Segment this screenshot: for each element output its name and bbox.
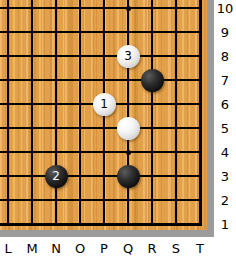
intersection-r5[interactable] [140, 116, 164, 140]
intersection-r2[interactable] [140, 188, 164, 212]
row-label-1: 1 [214, 212, 236, 236]
intersection-m5[interactable] [20, 116, 44, 140]
row-label-7: 7 [214, 68, 236, 92]
intersection-m4[interactable] [20, 140, 44, 164]
intersection-p6[interactable]: 1 [92, 92, 116, 116]
intersection-t4[interactable] [188, 140, 207, 164]
intersection-l5[interactable] [0, 116, 20, 140]
stone-white-p6[interactable]: 1 [93, 93, 116, 116]
intersection-p4[interactable] [92, 140, 116, 164]
intersection-l2[interactable] [0, 188, 20, 212]
intersection-p9[interactable] [92, 20, 116, 44]
row-label-4: 4 [214, 140, 236, 164]
intersection-r9[interactable] [140, 20, 164, 44]
go-board: 312 [0, 0, 207, 230]
stone-black-n3[interactable]: 2 [45, 165, 68, 188]
intersection-t8[interactable] [188, 44, 207, 68]
stone-white-q5[interactable] [117, 117, 140, 140]
intersection-n5[interactable] [44, 116, 68, 140]
intersection-p5[interactable] [92, 116, 116, 140]
intersection-n9[interactable] [44, 20, 68, 44]
intersection-o5[interactable] [68, 116, 92, 140]
stone-black-r7[interactable] [141, 69, 164, 92]
intersection-m3[interactable] [20, 164, 44, 188]
intersection-r6[interactable] [140, 92, 164, 116]
intersection-o10[interactable] [68, 0, 92, 20]
intersection-m10[interactable] [20, 0, 44, 20]
row-label-8: 8 [214, 44, 236, 68]
column-label-s: S [164, 236, 188, 260]
intersection-t2[interactable] [188, 188, 207, 212]
row-label-5: 5 [214, 116, 236, 140]
intersection-l10[interactable] [0, 0, 20, 20]
intersection-q7[interactable] [116, 68, 140, 92]
row-coordinate-labels: 10987654321 [214, 0, 236, 236]
column-label-q: Q [116, 236, 140, 260]
row-label-9: 9 [214, 20, 236, 44]
intersection-t5[interactable] [188, 116, 207, 140]
intersection-l4[interactable] [0, 140, 20, 164]
intersection-o9[interactable] [68, 20, 92, 44]
intersection-m8[interactable] [20, 44, 44, 68]
intersection-q1[interactable] [116, 212, 140, 230]
intersection-p3[interactable] [92, 164, 116, 188]
intersection-s4[interactable] [164, 140, 188, 164]
intersection-m7[interactable] [20, 68, 44, 92]
intersection-p2[interactable] [92, 188, 116, 212]
column-label-l: L [0, 236, 20, 260]
move-number-label: 2 [52, 170, 60, 182]
intersection-s7[interactable] [164, 68, 188, 92]
star-point-q4 [126, 150, 131, 155]
intersection-n2[interactable] [44, 188, 68, 212]
intersection-m2[interactable] [20, 188, 44, 212]
intersection-t3[interactable] [188, 164, 207, 188]
intersection-s8[interactable] [164, 44, 188, 68]
intersection-l6[interactable] [0, 92, 20, 116]
intersection-m1[interactable] [20, 212, 44, 230]
column-label-o: O [68, 236, 92, 260]
row-label-2: 2 [214, 188, 236, 212]
intersection-s6[interactable] [164, 92, 188, 116]
intersection-s10[interactable] [164, 0, 188, 20]
intersection-r3[interactable] [140, 164, 164, 188]
intersection-r8[interactable] [140, 44, 164, 68]
intersection-o7[interactable] [68, 68, 92, 92]
intersection-n3[interactable]: 2 [44, 164, 68, 188]
intersection-o1[interactable] [68, 212, 92, 230]
intersection-s2[interactable] [164, 188, 188, 212]
column-coordinate-labels: LMNOPQRST [0, 236, 212, 260]
intersection-o8[interactable] [68, 44, 92, 68]
stone-white-q8[interactable]: 3 [117, 45, 140, 68]
intersection-t10[interactable] [188, 0, 207, 20]
intersection-q3[interactable] [116, 164, 140, 188]
intersection-l8[interactable] [0, 44, 20, 68]
intersection-m9[interactable] [20, 20, 44, 44]
intersection-s1[interactable] [164, 212, 188, 230]
column-label-r: R [140, 236, 164, 260]
intersection-n8[interactable] [44, 44, 68, 68]
board-grid: 312 [0, 0, 207, 230]
intersection-p8[interactable] [92, 44, 116, 68]
intersection-p10[interactable] [92, 0, 116, 20]
intersection-n10[interactable] [44, 0, 68, 20]
intersection-q4[interactable] [116, 140, 140, 164]
board-edge-band-right [207, 0, 214, 237]
intersection-o6[interactable] [68, 92, 92, 116]
intersection-r4[interactable] [140, 140, 164, 164]
row-label-10: 10 [214, 0, 236, 20]
intersection-q9[interactable] [116, 20, 140, 44]
move-number-label: 3 [124, 50, 132, 62]
intersection-o3[interactable] [68, 164, 92, 188]
intersection-l1[interactable] [0, 212, 20, 230]
intersection-p1[interactable] [92, 212, 116, 230]
column-label-p: P [92, 236, 116, 260]
intersection-o2[interactable] [68, 188, 92, 212]
intersection-t6[interactable] [188, 92, 207, 116]
star-point-q10 [126, 6, 131, 11]
intersection-r1[interactable] [140, 212, 164, 230]
intersection-q6[interactable] [116, 92, 140, 116]
intersection-p7[interactable] [92, 68, 116, 92]
intersection-r7[interactable] [140, 68, 164, 92]
column-label-m: M [20, 236, 44, 260]
intersection-s9[interactable] [164, 20, 188, 44]
intersection-q2[interactable] [116, 188, 140, 212]
intersection-t9[interactable] [188, 20, 207, 44]
intersection-m6[interactable] [20, 92, 44, 116]
row-label-3: 3 [214, 164, 236, 188]
intersection-s3[interactable] [164, 164, 188, 188]
intersection-n4[interactable] [44, 140, 68, 164]
intersection-l3[interactable] [0, 164, 20, 188]
intersection-l7[interactable] [0, 68, 20, 92]
intersection-s5[interactable] [164, 116, 188, 140]
intersection-q5[interactable] [116, 116, 140, 140]
move-number-label: 1 [100, 98, 108, 110]
intersection-n1[interactable] [44, 212, 68, 230]
intersection-o4[interactable] [68, 140, 92, 164]
intersection-n7[interactable] [44, 68, 68, 92]
intersection-t1[interactable] [188, 212, 207, 230]
go-diagram: 312 10987654321 LMNOPQRST [0, 0, 236, 260]
intersection-q8[interactable]: 3 [116, 44, 140, 68]
intersection-q10[interactable] [116, 0, 140, 20]
intersection-l9[interactable] [0, 20, 20, 44]
stone-black-q3[interactable] [117, 165, 140, 188]
column-label-n: N [44, 236, 68, 260]
intersection-t7[interactable] [188, 68, 207, 92]
intersection-n6[interactable] [44, 92, 68, 116]
intersection-r10[interactable] [140, 0, 164, 20]
column-label-t: T [188, 236, 212, 260]
row-label-6: 6 [214, 92, 236, 116]
